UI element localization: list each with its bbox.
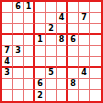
cell-r6c6[interactable] — [57, 57, 68, 68]
cell-r3c6[interactable] — [57, 24, 68, 35]
cell-r7c3[interactable] — [24, 68, 35, 79]
cell-r8c6[interactable] — [57, 79, 68, 90]
cell-r2c2[interactable] — [13, 13, 24, 24]
cell-r8c3[interactable] — [24, 79, 35, 90]
cell-r7c1[interactable]: 3 — [2, 68, 13, 79]
cell-r5c6[interactable] — [57, 46, 68, 57]
cell-r8c2[interactable] — [13, 79, 24, 90]
cell-r5c9[interactable] — [90, 46, 101, 57]
sudoku-board: 61472186734354682 — [0, 0, 103, 103]
cell-r2c3[interactable] — [24, 13, 35, 24]
cell-r5c8[interactable] — [79, 46, 90, 57]
cell-r9c6[interactable] — [57, 90, 68, 101]
cell-r8c9[interactable] — [90, 79, 101, 90]
cell-r6c5[interactable] — [46, 57, 57, 68]
cell-r5c4[interactable] — [35, 46, 46, 57]
cell-r7c4[interactable] — [35, 68, 46, 79]
cell-r3c2[interactable] — [13, 24, 24, 35]
cell-r8c5[interactable] — [46, 79, 57, 90]
cell-r1c3[interactable]: 1 — [24, 2, 35, 13]
cell-r9c8[interactable] — [79, 90, 90, 101]
cell-r4c5[interactable] — [46, 35, 57, 46]
cell-r3c7[interactable] — [68, 24, 79, 35]
cell-r1c4[interactable] — [35, 2, 46, 13]
cell-r4c8[interactable] — [79, 35, 90, 46]
cell-r1c2[interactable]: 6 — [13, 2, 24, 13]
cell-r4c7[interactable]: 6 — [68, 35, 79, 46]
cell-r1c5[interactable] — [46, 2, 57, 13]
cell-r7c7[interactable] — [68, 68, 79, 79]
cell-r6c7[interactable] — [68, 57, 79, 68]
cell-r8c1[interactable] — [2, 79, 13, 90]
cell-r9c7[interactable] — [68, 90, 79, 101]
cell-r5c5[interactable] — [46, 46, 57, 57]
cell-r9c5[interactable] — [46, 90, 57, 101]
cell-r4c2[interactable] — [13, 35, 24, 46]
cell-r3c4[interactable] — [35, 24, 46, 35]
cell-r9c2[interactable] — [13, 90, 24, 101]
cell-r2c9[interactable] — [90, 13, 101, 24]
cell-r2c4[interactable] — [35, 13, 46, 24]
cell-r1c9[interactable] — [90, 2, 101, 13]
cell-r9c3[interactable] — [24, 90, 35, 101]
cell-r1c7[interactable] — [68, 2, 79, 13]
cell-r1c6[interactable] — [57, 2, 68, 13]
cell-r7c5[interactable]: 5 — [46, 68, 57, 79]
cell-r9c4[interactable]: 2 — [35, 90, 46, 101]
cell-r3c8[interactable] — [79, 24, 90, 35]
cell-r8c7[interactable]: 8 — [68, 79, 79, 90]
cell-r2c6[interactable]: 4 — [57, 13, 68, 24]
cell-r4c3[interactable] — [24, 35, 35, 46]
cell-r6c1[interactable]: 4 — [2, 57, 13, 68]
cell-r3c3[interactable] — [24, 24, 35, 35]
cell-r4c1[interactable] — [2, 35, 13, 46]
cell-r8c8[interactable] — [79, 79, 90, 90]
cell-r3c5[interactable]: 2 — [46, 24, 57, 35]
cell-r9c9[interactable] — [90, 90, 101, 101]
cell-r4c9[interactable] — [90, 35, 101, 46]
cell-r1c8[interactable] — [79, 2, 90, 13]
cell-r7c2[interactable] — [13, 68, 24, 79]
cell-r7c8[interactable]: 4 — [79, 68, 90, 79]
cell-r3c1[interactable] — [2, 24, 13, 35]
cell-r5c1[interactable]: 7 — [2, 46, 13, 57]
cell-r2c1[interactable] — [2, 13, 13, 24]
cell-r5c3[interactable] — [24, 46, 35, 57]
cell-r5c7[interactable] — [68, 46, 79, 57]
cell-r2c5[interactable] — [46, 13, 57, 24]
cell-r7c9[interactable] — [90, 68, 101, 79]
cell-r3c9[interactable] — [90, 24, 101, 35]
cell-r8c4[interactable]: 6 — [35, 79, 46, 90]
cell-r5c2[interactable]: 3 — [13, 46, 24, 57]
cell-r6c3[interactable] — [24, 57, 35, 68]
cell-r4c4[interactable]: 1 — [35, 35, 46, 46]
cell-r6c4[interactable] — [35, 57, 46, 68]
cell-r2c8[interactable]: 7 — [79, 13, 90, 24]
cell-r1c1[interactable] — [2, 2, 13, 13]
cell-r6c8[interactable] — [79, 57, 90, 68]
cell-r6c2[interactable] — [13, 57, 24, 68]
cell-r2c7[interactable] — [68, 13, 79, 24]
cell-r7c6[interactable] — [57, 68, 68, 79]
cell-r4c6[interactable]: 8 — [57, 35, 68, 46]
cell-r9c1[interactable] — [2, 90, 13, 101]
cell-r6c9[interactable] — [90, 57, 101, 68]
